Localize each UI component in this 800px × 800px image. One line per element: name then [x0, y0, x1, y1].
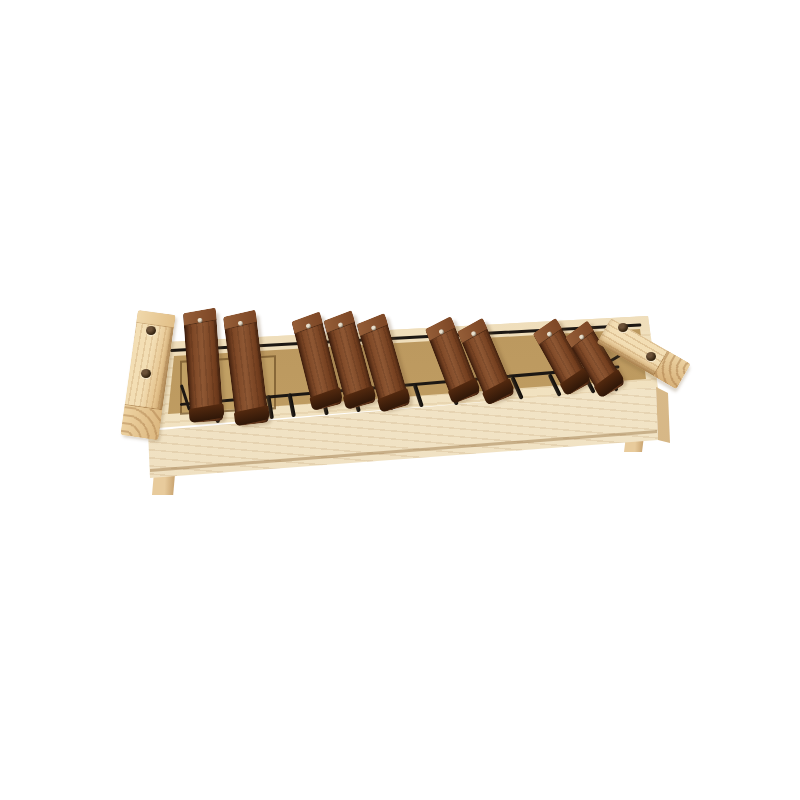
left-cap-screw-2	[141, 369, 151, 378]
bar-cord-pin	[197, 318, 202, 323]
left-cap-bottom-endgrain	[120, 404, 162, 440]
bar-cord-pin	[237, 321, 243, 327]
xylophone-bar-1	[183, 311, 224, 423]
bar-bottom-bevel	[188, 403, 224, 422]
xylophone	[0, 0, 800, 800]
right-cap-screw-2	[646, 352, 656, 361]
left-cap-screw-1	[146, 326, 156, 335]
product-photo-canvas	[0, 0, 800, 800]
right-cap-screw-1	[618, 323, 628, 332]
